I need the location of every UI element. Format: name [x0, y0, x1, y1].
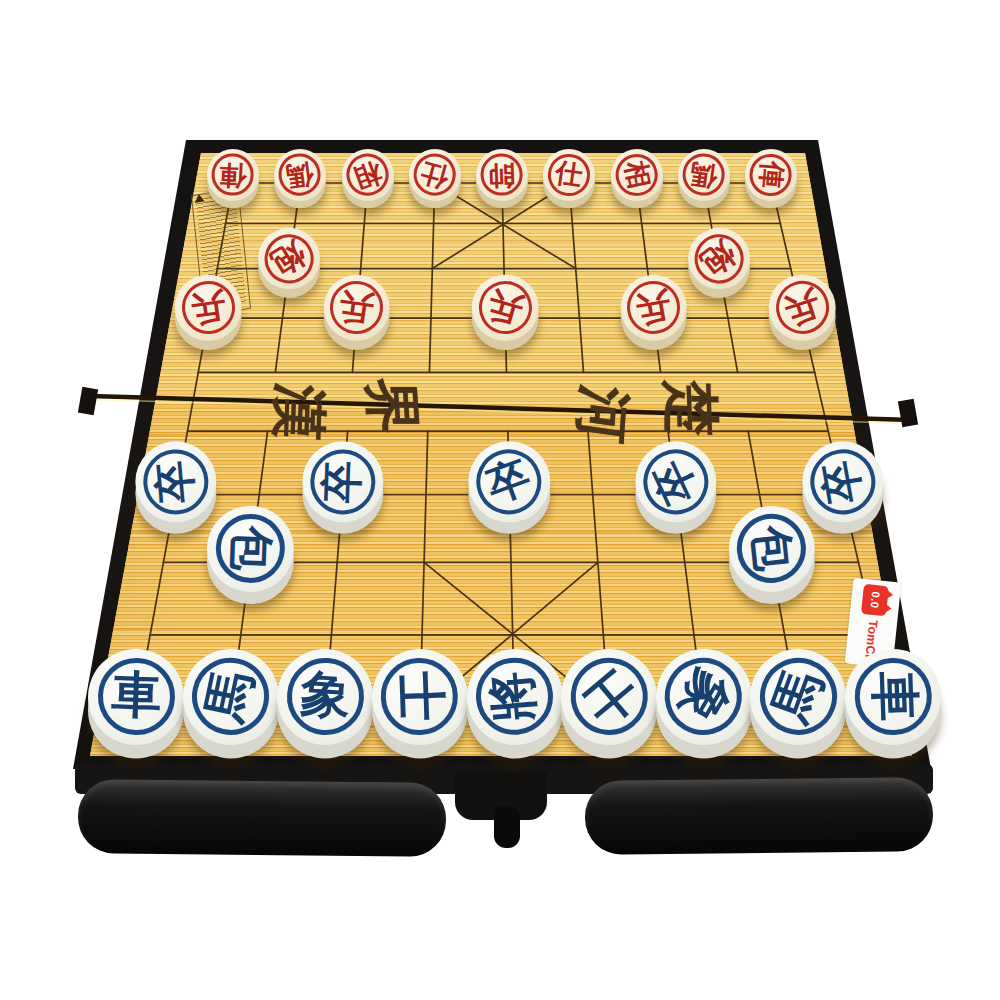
piece-red-soldier[interactable]: 兵 [175, 274, 242, 341]
piece-red-chariot[interactable]: 俥 [207, 149, 259, 201]
piece-blue-advisor[interactable]: 士 [372, 649, 468, 745]
piece-glyph: 卒 [321, 460, 365, 504]
piece-glyph: 車 [110, 671, 162, 723]
piece-blue-cannon[interactable]: 包 [207, 506, 293, 592]
piece-red-soldier[interactable]: 兵 [620, 274, 687, 341]
piece-glyph: 傌 [688, 159, 719, 190]
piece-blue-horse[interactable]: 馬 [183, 649, 279, 745]
piece-red-cannon[interactable]: 炮 [258, 228, 320, 290]
piece-red-advisor[interactable]: 仕 [543, 149, 595, 201]
piece-glyph: 兵 [634, 287, 674, 327]
piece-red-elephant[interactable]: 相 [342, 149, 394, 201]
piece-glyph: 帥 [488, 161, 516, 189]
piece-glyph: 俥 [756, 160, 785, 189]
piece-glyph: 士 [574, 661, 644, 731]
piece-red-elephant[interactable]: 相 [611, 149, 663, 201]
piece-glyph: 馬 [766, 665, 830, 729]
piece-glyph: 俥 [219, 160, 247, 188]
piece-blue-chariot[interactable]: 車 [845, 649, 941, 745]
piece-glyph: 卒 [648, 453, 704, 509]
piece-red-soldier[interactable]: 兵 [769, 274, 836, 341]
piece-glyph: 將 [487, 670, 541, 724]
piece-blue-soldier[interactable]: 卒 [302, 441, 383, 522]
piece-glyph: 卒 [153, 459, 199, 505]
piece-glyph: 兵 [189, 288, 228, 327]
piece-glyph: 士 [394, 671, 446, 723]
piece-glyph: 卒 [818, 457, 867, 506]
piece-blue-cannon[interactable]: 包 [729, 506, 815, 592]
piece-glyph: 兵 [780, 286, 824, 330]
piece-glyph: 炮 [267, 237, 311, 281]
piece-red-horse[interactable]: 傌 [678, 149, 730, 201]
piece-glyph: 包 [747, 524, 796, 573]
piece-glyph: 傌 [285, 159, 316, 190]
piece-red-advisor[interactable]: 仕 [409, 149, 461, 201]
piece-red-chariot[interactable]: 俥 [745, 149, 797, 201]
piece-glyph: 兵 [484, 286, 527, 329]
piece-glyph: 馬 [201, 667, 260, 726]
piece-blue-general[interactable]: 將 [467, 649, 563, 745]
piece-red-general[interactable]: 帥 [476, 149, 528, 201]
piece-red-horse[interactable]: 傌 [274, 149, 326, 201]
piece-red-cannon[interactable]: 炮 [688, 228, 750, 290]
piece-blue-soldier[interactable]: 卒 [469, 441, 550, 522]
piece-glyph: 車 [867, 671, 919, 723]
piece-glyph: 仕 [554, 159, 585, 190]
piece-glyph: 炮 [697, 236, 742, 281]
piece-glyph: 象 [670, 663, 738, 731]
piece-glyph: 卒 [482, 454, 536, 508]
piece-red-soldier[interactable]: 兵 [472, 274, 539, 341]
piece-blue-elephant[interactable]: 象 [277, 649, 373, 745]
pieces-layer: 俥傌相仕帥仕相傌俥炮炮兵兵兵兵兵卒卒卒卒卒包包車馬象士將士象馬車 [0, 0, 1000, 1000]
piece-blue-soldier[interactable]: 卒 [135, 441, 216, 522]
piece-glyph: 兵 [337, 288, 376, 327]
piece-glyph: 相 [620, 159, 652, 191]
photo-scene: 漢界 河楚 0.0 TomCity.vn 俥傌相仕帥仕相傌俥炮炮兵兵兵兵兵卒卒卒… [0, 0, 1000, 1000]
piece-glyph: 象 [299, 670, 352, 723]
piece-blue-elephant[interactable]: 象 [656, 649, 752, 745]
piece-blue-chariot[interactable]: 車 [88, 649, 184, 745]
piece-blue-soldier[interactable]: 卒 [635, 441, 716, 522]
piece-glyph: 相 [350, 157, 385, 192]
piece-glyph: 仕 [418, 158, 451, 191]
piece-blue-advisor[interactable]: 士 [561, 649, 657, 745]
piece-blue-horse[interactable]: 馬 [750, 649, 846, 745]
piece-red-soldier[interactable]: 兵 [323, 274, 390, 341]
piece-glyph: 包 [227, 525, 273, 571]
